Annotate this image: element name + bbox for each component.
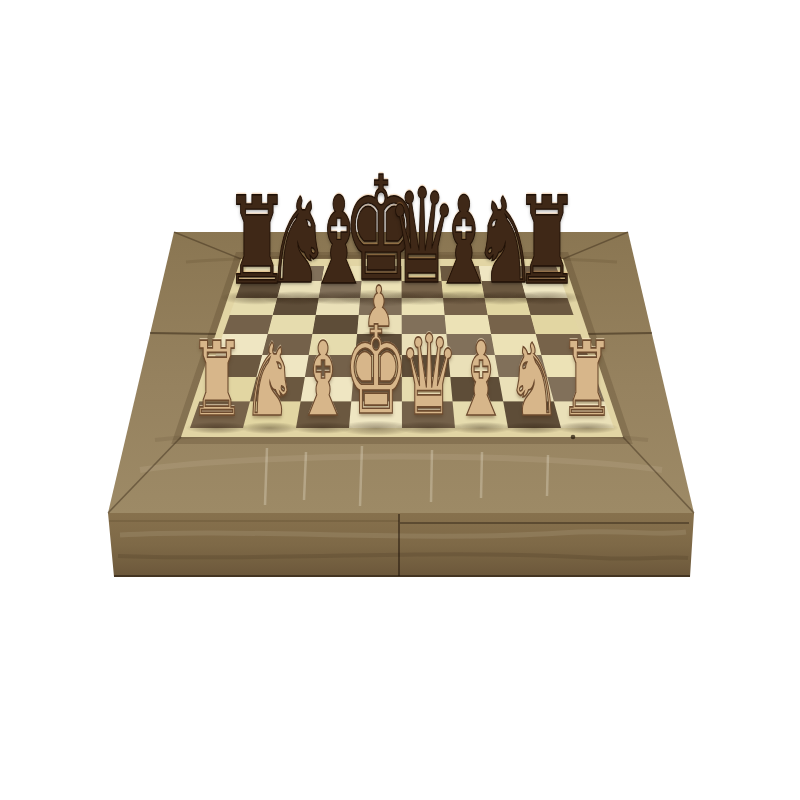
square-a6[interactable]	[230, 298, 278, 316]
square-f6[interactable]	[443, 298, 488, 316]
square-b8[interactable]	[282, 266, 325, 281]
square-e1[interactable]	[402, 401, 455, 428]
square-b6[interactable]	[273, 298, 319, 316]
square-g2[interactable]	[499, 377, 554, 401]
square-d7[interactable]	[360, 281, 401, 297]
square-e6[interactable]	[402, 298, 445, 316]
square-d3[interactable]	[353, 355, 401, 377]
square-f4[interactable]	[446, 334, 494, 355]
square-a2[interactable]	[199, 377, 256, 401]
square-d5[interactable]	[357, 315, 402, 334]
square-g3[interactable]	[495, 355, 548, 377]
square-f8[interactable]	[440, 266, 481, 281]
square-h5[interactable]	[531, 315, 581, 334]
square-d6[interactable]	[359, 298, 402, 316]
square-b4[interactable]	[262, 334, 312, 355]
square-c4[interactable]	[309, 334, 357, 355]
square-c7[interactable]	[319, 281, 362, 297]
square-e4[interactable]	[402, 334, 449, 355]
square-e2[interactable]	[402, 377, 453, 401]
square-a8[interactable]	[242, 266, 286, 281]
square-g4[interactable]	[491, 334, 541, 355]
square-g6[interactable]	[484, 298, 530, 316]
square-e8[interactable]	[402, 266, 442, 281]
square-g7[interactable]	[482, 281, 526, 297]
square-f7[interactable]	[442, 281, 485, 297]
square-h2[interactable]	[547, 377, 604, 401]
square-b7[interactable]	[277, 281, 321, 297]
square-f1[interactable]	[453, 401, 508, 428]
square-h3[interactable]	[541, 355, 595, 377]
square-b3[interactable]	[256, 355, 308, 377]
square-c1[interactable]	[296, 401, 351, 428]
square-c8[interactable]	[322, 266, 363, 281]
square-g5[interactable]	[488, 315, 536, 334]
square-f3[interactable]	[448, 355, 499, 377]
square-a5[interactable]	[223, 315, 273, 334]
hinge-seam	[150, 333, 216, 334]
square-e5[interactable]	[402, 315, 447, 334]
square-h6[interactable]	[526, 298, 574, 316]
square-h4[interactable]	[536, 334, 588, 355]
square-g8[interactable]	[479, 266, 522, 281]
square-a7[interactable]	[236, 281, 282, 297]
square-h8[interactable]	[517, 266, 561, 281]
square-h1[interactable]	[554, 401, 614, 428]
square-d8[interactable]	[362, 266, 402, 281]
frame-knot	[571, 435, 576, 440]
square-f2[interactable]	[450, 377, 503, 401]
square-a4[interactable]	[216, 334, 268, 355]
square-e3[interactable]	[402, 355, 451, 377]
square-d2[interactable]	[351, 377, 402, 401]
square-a1[interactable]	[190, 401, 250, 428]
square-g1[interactable]	[503, 401, 561, 428]
square-h7[interactable]	[521, 281, 567, 297]
square-c5[interactable]	[312, 315, 358, 334]
square-b2[interactable]	[250, 377, 305, 401]
square-c2[interactable]	[301, 377, 354, 401]
square-c6[interactable]	[316, 298, 361, 316]
square-b1[interactable]	[243, 401, 301, 428]
square-d4[interactable]	[355, 334, 402, 355]
chess-board	[190, 266, 614, 428]
square-d1[interactable]	[349, 401, 402, 428]
square-f5[interactable]	[445, 315, 491, 334]
square-a3[interactable]	[208, 355, 262, 377]
square-c3[interactable]	[305, 355, 355, 377]
hinge-seam	[588, 333, 652, 334]
square-b5[interactable]	[268, 315, 316, 334]
square-e7[interactable]	[402, 281, 443, 297]
product-photo: ♜♞♝♚♛♝♞♜♟♜♞♝♚♛♝♞♜	[0, 0, 800, 800]
